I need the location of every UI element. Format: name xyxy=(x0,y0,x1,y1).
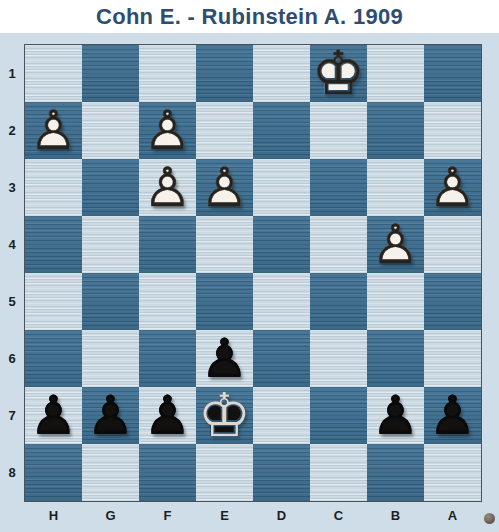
square-e1[interactable] xyxy=(196,45,253,102)
black-pawn-outline-icon: ♙ xyxy=(367,387,424,444)
square-h3[interactable] xyxy=(25,159,82,216)
square-h5[interactable] xyxy=(25,273,82,330)
square-d3[interactable] xyxy=(253,159,310,216)
rank-label-2: 2 xyxy=(0,102,24,159)
square-d8[interactable] xyxy=(253,444,310,501)
white-pawn-outline-icon: ♙ xyxy=(424,159,481,216)
square-d6[interactable] xyxy=(253,330,310,387)
square-c3[interactable] xyxy=(310,159,367,216)
square-d2[interactable] xyxy=(253,102,310,159)
rank-label-6: 6 xyxy=(0,330,24,387)
rank-label-7: 7 xyxy=(0,387,24,444)
black-pawn-b7[interactable]: ♟♙ xyxy=(367,387,424,444)
black-to-move-indicator xyxy=(484,513,495,524)
square-h8[interactable] xyxy=(25,444,82,501)
square-b1[interactable] xyxy=(367,45,424,102)
white-pawn-outline-icon: ♙ xyxy=(139,159,196,216)
square-d5[interactable] xyxy=(253,273,310,330)
square-g6[interactable] xyxy=(82,330,139,387)
black-pawn-outline-icon: ♙ xyxy=(139,387,196,444)
black-pawn-outline-icon: ♙ xyxy=(424,387,481,444)
square-d4[interactable] xyxy=(253,216,310,273)
square-e2[interactable] xyxy=(196,102,253,159)
black-pawn-a7[interactable]: ♟♙ xyxy=(424,387,481,444)
square-b5[interactable] xyxy=(367,273,424,330)
square-f1[interactable] xyxy=(139,45,196,102)
file-label-d: D xyxy=(253,501,310,530)
rank-label-4: 4 xyxy=(0,216,24,273)
square-f8[interactable] xyxy=(139,444,196,501)
white-pawn-f2[interactable]: ♟♙ xyxy=(139,102,196,159)
white-pawn-outline-icon: ♙ xyxy=(367,216,424,273)
square-g3[interactable] xyxy=(82,159,139,216)
white-pawn-e3[interactable]: ♟♙ xyxy=(196,159,253,216)
black-king-e7[interactable]: ♚♔ xyxy=(196,387,253,444)
black-pawn-outline-icon: ♙ xyxy=(196,330,253,387)
file-label-a: A xyxy=(424,501,481,530)
white-king-outline-icon: ♔ xyxy=(310,45,367,102)
square-a8[interactable] xyxy=(424,444,481,501)
square-g1[interactable] xyxy=(82,45,139,102)
square-h1[interactable] xyxy=(25,45,82,102)
black-pawn-g7[interactable]: ♟♙ xyxy=(82,387,139,444)
square-g4[interactable] xyxy=(82,216,139,273)
board: ♚♔♟♙♟♙♟♙♟♙♟♙♟♙♟♙♟♙♟♙♟♙♚♔♟♙♟♙ xyxy=(24,44,482,502)
black-pawn-h7[interactable]: ♟♙ xyxy=(25,387,82,444)
square-a4[interactable] xyxy=(424,216,481,273)
square-h4[interactable] xyxy=(25,216,82,273)
board-background: ♚♔♟♙♟♙♟♙♟♙♟♙♟♙♟♙♟♙♟♙♟♙♚♔♟♙♟♙ 12345678 HG… xyxy=(0,33,499,532)
square-g8[interactable] xyxy=(82,444,139,501)
square-e5[interactable] xyxy=(196,273,253,330)
rank-label-1: 1 xyxy=(0,45,24,102)
white-pawn-b4[interactable]: ♟♙ xyxy=(367,216,424,273)
white-pawn-a3[interactable]: ♟♙ xyxy=(424,159,481,216)
file-label-c: C xyxy=(310,501,367,530)
square-g2[interactable] xyxy=(82,102,139,159)
file-label-f: F xyxy=(139,501,196,530)
square-a6[interactable] xyxy=(424,330,481,387)
square-b6[interactable] xyxy=(367,330,424,387)
square-a1[interactable] xyxy=(424,45,481,102)
file-label-e: E xyxy=(196,501,253,530)
rank-label-8: 8 xyxy=(0,444,24,501)
white-pawn-h2[interactable]: ♟♙ xyxy=(25,102,82,159)
black-pawn-outline-icon: ♙ xyxy=(82,387,139,444)
square-f6[interactable] xyxy=(139,330,196,387)
square-c8[interactable] xyxy=(310,444,367,501)
white-pawn-f3[interactable]: ♟♙ xyxy=(139,159,196,216)
rank-label-5: 5 xyxy=(0,273,24,330)
square-c5[interactable] xyxy=(310,273,367,330)
square-g5[interactable] xyxy=(82,273,139,330)
square-d1[interactable] xyxy=(253,45,310,102)
white-pawn-outline-icon: ♙ xyxy=(139,102,196,159)
square-b2[interactable] xyxy=(367,102,424,159)
square-f4[interactable] xyxy=(139,216,196,273)
square-c2[interactable] xyxy=(310,102,367,159)
square-d7[interactable] xyxy=(253,387,310,444)
square-b8[interactable] xyxy=(367,444,424,501)
page-title: Cohn E. - Rubinstein A. 1909 xyxy=(0,0,499,33)
file-label-g: G xyxy=(82,501,139,530)
square-f5[interactable] xyxy=(139,273,196,330)
square-c6[interactable] xyxy=(310,330,367,387)
rank-label-3: 3 xyxy=(0,159,24,216)
white-pawn-outline-icon: ♙ xyxy=(25,102,82,159)
square-a2[interactable] xyxy=(424,102,481,159)
square-e4[interactable] xyxy=(196,216,253,273)
black-pawn-f7[interactable]: ♟♙ xyxy=(139,387,196,444)
black-king-outline-icon: ♔ xyxy=(196,387,253,444)
file-label-h: H xyxy=(25,501,82,530)
white-king-c1[interactable]: ♚♔ xyxy=(310,45,367,102)
black-pawn-e6[interactable]: ♟♙ xyxy=(196,330,253,387)
square-c4[interactable] xyxy=(310,216,367,273)
square-h6[interactable] xyxy=(25,330,82,387)
square-c7[interactable] xyxy=(310,387,367,444)
square-e8[interactable] xyxy=(196,444,253,501)
black-pawn-outline-icon: ♙ xyxy=(25,387,82,444)
square-b3[interactable] xyxy=(367,159,424,216)
file-label-b: B xyxy=(367,501,424,530)
square-a5[interactable] xyxy=(424,273,481,330)
white-pawn-outline-icon: ♙ xyxy=(196,159,253,216)
